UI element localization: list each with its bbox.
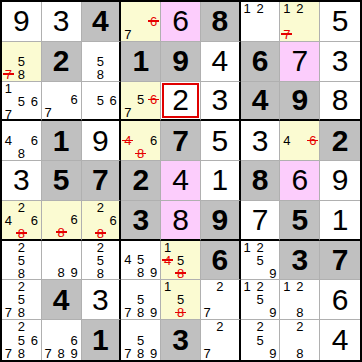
- candidate-2: 2: [94, 241, 107, 254]
- given-digit: 5: [53, 165, 70, 195]
- cell-r5c1[interactable]: 3: [2, 161, 42, 201]
- candidate-6: 6: [28, 214, 41, 227]
- candidate-2: 2: [293, 2, 306, 15]
- solved-digit: 9: [332, 165, 349, 195]
- candidate-8: 8: [15, 147, 28, 160]
- candidate-8: 8: [15, 267, 28, 280]
- solved-digit: 4: [172, 165, 189, 195]
- candidate-9: 9: [147, 266, 160, 279]
- candidate-1: 1: [280, 280, 293, 293]
- candidate-7: 7: [121, 306, 134, 319]
- cell-r8c5[interactable]: 158: [161, 280, 201, 320]
- cell-r4c4[interactable]: 648: [121, 121, 161, 161]
- solved-digit: 8: [172, 205, 189, 235]
- solved-digit: 2: [172, 85, 189, 115]
- solved-digit: 3: [211, 85, 228, 115]
- solved-digit: 7: [252, 205, 269, 235]
- cell-r6c5[interactable]: 8: [161, 201, 201, 241]
- cell-r9c7[interactable]: 259: [241, 320, 281, 360]
- candidate-8: 8: [293, 347, 306, 360]
- eliminated-candidate-7: 7: [2, 68, 15, 81]
- candidate-5: 5: [134, 333, 147, 346]
- cell-r7c4[interactable]: 4589: [121, 241, 161, 281]
- candidate-1: 1: [2, 82, 15, 95]
- candidate-grid: 259: [241, 320, 280, 360]
- candidate-grid: 67: [42, 82, 81, 120]
- candidate-5: 5: [15, 55, 28, 68]
- candidate-1: 1: [280, 2, 293, 15]
- candidate-grid: 587: [2, 42, 41, 81]
- candidate-9: 9: [267, 347, 280, 360]
- candidate-2: 2: [15, 201, 28, 214]
- candidate-7: 7: [2, 306, 15, 319]
- candidate-grid: 576: [121, 82, 160, 120]
- solved-digit: 5: [332, 6, 349, 36]
- cell-r2c7[interactable]: 6: [241, 42, 281, 82]
- candidate-7: 7: [121, 28, 134, 41]
- solved-digit: 4: [211, 46, 228, 76]
- candidate-7: 7: [42, 106, 55, 119]
- cell-r3c3[interactable]: 56: [82, 82, 122, 122]
- candidate-5: 5: [174, 254, 187, 267]
- cell-r7c5[interactable]: 1548: [161, 241, 201, 281]
- given-digit: 1: [53, 126, 70, 156]
- cell-r8c2[interactable]: 4: [42, 280, 82, 320]
- cell-r1c8[interactable]: 127: [280, 2, 320, 42]
- solved-digit: 6: [291, 165, 308, 195]
- candidate-9: 9: [267, 306, 280, 319]
- cell-r5c7[interactable]: 8: [241, 161, 281, 201]
- cell-r1c3[interactable]: 4: [82, 2, 122, 42]
- candidate-8: 8: [15, 68, 28, 81]
- eliminated-candidate-8: 8: [174, 306, 187, 319]
- given-digit: 3: [132, 205, 149, 235]
- cell-r9c2[interactable]: 6789: [42, 320, 82, 360]
- given-digit: 4: [92, 6, 109, 36]
- solved-digit: 6: [332, 285, 349, 315]
- given-digit: 9: [172, 46, 189, 76]
- cell-r1c2[interactable]: 3: [42, 2, 82, 42]
- eliminated-candidate-6: 6: [147, 93, 160, 106]
- candidate-1: 1: [241, 241, 254, 254]
- candidate-grid: 158: [161, 280, 200, 319]
- cell-r7c9[interactable]: 7: [320, 241, 360, 281]
- cell-r7c7[interactable]: 1259: [241, 241, 281, 281]
- cell-r6c1[interactable]: 2468: [2, 201, 42, 241]
- candidate-8: 8: [94, 68, 107, 81]
- candidate-7: 7: [2, 347, 15, 360]
- candidate-grid: 128: [280, 280, 319, 319]
- cell-r1c5[interactable]: 6: [161, 2, 201, 42]
- candidate-1: 1: [161, 241, 174, 254]
- cell-r5c9[interactable]: 9: [320, 161, 360, 201]
- candidate-9: 9: [68, 347, 81, 360]
- cell-r2c2[interactable]: 2: [42, 42, 82, 82]
- solved-digit: 7: [291, 46, 308, 76]
- candidate-6: 6: [107, 214, 120, 227]
- solved-digit: 1: [332, 205, 349, 235]
- given-digit: 4: [53, 285, 70, 315]
- eliminated-candidate-8: 8: [15, 227, 28, 240]
- candidate-grid: 12: [241, 2, 280, 41]
- candidate-9: 9: [68, 266, 81, 279]
- solved-digit: 3: [92, 285, 109, 315]
- cell-r8c4[interactable]: 5789: [121, 280, 161, 320]
- cell-r7c6[interactable]: 6: [201, 241, 241, 281]
- eliminated-candidate-7: 7: [280, 28, 293, 41]
- candidate-grid: 46: [280, 121, 319, 160]
- cell-r6c9[interactable]: 1: [320, 201, 360, 241]
- candidate-6: 6: [68, 213, 81, 226]
- candidate-8: 8: [15, 306, 28, 319]
- candidate-grid: 648: [121, 121, 160, 160]
- cell-r6c7[interactable]: 7: [241, 201, 281, 241]
- cell-r3c6[interactable]: 3: [201, 82, 241, 122]
- candidate-7: 7: [201, 347, 214, 360]
- candidate-9: 9: [267, 267, 280, 280]
- given-digit: 4: [252, 85, 269, 115]
- cell-r8c9[interactable]: 6: [320, 280, 360, 320]
- cell-r5c4[interactable]: 2: [121, 161, 161, 201]
- candidate-7: 7: [42, 347, 55, 360]
- cell-r9c5[interactable]: 3: [161, 320, 201, 360]
- cell-r5c6[interactable]: 1: [201, 161, 241, 201]
- eliminated-candidate-6: 6: [147, 15, 160, 28]
- cell-r3c7[interactable]: 4: [241, 82, 281, 122]
- candidate-8: 8: [293, 306, 306, 319]
- candidate-1: 1: [241, 280, 254, 293]
- cell-r4c1[interactable]: 468: [2, 121, 42, 161]
- solved-digit: 3: [13, 165, 30, 195]
- cell-r5c5[interactable]: 4: [161, 161, 201, 201]
- sudoku-board: 9347668121275587258194673156767565762349…: [0, 0, 362, 362]
- solved-digit: 5: [211, 126, 228, 156]
- candidate-6: 6: [147, 134, 160, 147]
- candidate-6: 6: [28, 333, 41, 346]
- cell-r6c8[interactable]: 5: [280, 201, 320, 241]
- cell-r5c2[interactable]: 5: [42, 161, 82, 201]
- candidate-2: 2: [213, 280, 226, 293]
- candidate-9: 9: [147, 306, 160, 319]
- cell-r1c7[interactable]: 12: [241, 2, 281, 42]
- candidate-6: 6: [68, 333, 81, 346]
- candidate-2: 2: [15, 241, 28, 254]
- cell-r7c2[interactable]: 89: [42, 241, 82, 281]
- candidate-8: 8: [134, 266, 147, 279]
- candidate-8: 8: [94, 267, 107, 280]
- cell-r7c8[interactable]: 3: [280, 241, 320, 281]
- solved-digit: 1: [211, 165, 228, 195]
- given-digit: 1: [132, 46, 149, 76]
- candidate-6: 6: [68, 93, 81, 106]
- cell-r3c2[interactable]: 67: [42, 82, 82, 122]
- candidate-8: 8: [55, 347, 68, 360]
- candidate-2: 2: [293, 320, 306, 333]
- solved-digit: 3: [332, 46, 349, 76]
- cell-r4c6[interactable]: 5: [201, 121, 241, 161]
- eliminated-candidate-6: 6: [306, 134, 319, 147]
- candidate-8: 8: [55, 266, 68, 279]
- candidate-5: 5: [15, 254, 28, 267]
- cell-r9c6[interactable]: 27: [201, 320, 241, 360]
- cell-r9c8[interactable]: 28: [280, 320, 320, 360]
- cell-r8c7[interactable]: 1259: [241, 280, 281, 320]
- candidate-4: 4: [280, 134, 293, 147]
- candidate-grid: 5789: [121, 280, 160, 319]
- cell-r4c2[interactable]: 1: [42, 121, 82, 161]
- candidate-grid: 1259: [241, 241, 280, 280]
- candidate-2: 2: [293, 280, 306, 293]
- cell-r9c3[interactable]: 1: [82, 320, 122, 360]
- cell-r1c1[interactable]: 9: [2, 2, 42, 42]
- candidate-grid: 68: [42, 201, 81, 239]
- eliminated-candidate-4: 4: [161, 254, 174, 267]
- solved-digit: 9: [92, 126, 109, 156]
- given-digit: 9: [211, 205, 228, 235]
- given-digit: 2: [332, 126, 349, 156]
- candidate-8: 8: [15, 347, 28, 360]
- candidate-grid: 2578: [2, 280, 41, 319]
- cell-r5c8[interactable]: 6: [280, 161, 320, 201]
- cell-r8c6[interactable]: 27: [201, 280, 241, 320]
- candidate-grid: 258: [2, 241, 41, 280]
- cell-r2c8[interactable]: 7: [280, 42, 320, 82]
- candidate-8: 8: [134, 306, 147, 319]
- candidate-5: 5: [254, 293, 267, 306]
- given-digit: 8: [252, 165, 269, 195]
- cell-r4c7[interactable]: 3: [241, 121, 281, 161]
- given-digit: 2: [53, 46, 70, 76]
- candidate-grid: 1567: [2, 82, 41, 120]
- candidate-5: 5: [254, 254, 267, 267]
- eliminated-candidate-8: 8: [94, 227, 107, 240]
- candidate-grid: 27: [201, 280, 239, 319]
- candidate-2: 2: [94, 201, 107, 214]
- candidate-grid: 25678: [2, 320, 41, 360]
- cell-r2c5[interactable]: 9: [161, 42, 201, 82]
- candidate-grid: 258: [82, 241, 120, 280]
- candidate-6: 6: [107, 94, 120, 107]
- cell-r9c9[interactable]: 4: [320, 320, 360, 360]
- eliminated-candidate-8: 8: [134, 147, 147, 160]
- candidate-grid: 2468: [2, 201, 41, 239]
- candidate-1: 1: [161, 280, 174, 293]
- candidate-2: 2: [213, 320, 226, 333]
- given-digit: 6: [252, 46, 269, 76]
- candidate-4: 4: [121, 253, 134, 266]
- candidate-grid: 468: [2, 121, 41, 160]
- candidate-5: 5: [15, 333, 28, 346]
- candidate-grid: 1259: [241, 280, 280, 319]
- cell-r9c1[interactable]: 25678: [2, 320, 42, 360]
- candidate-4: 4: [2, 214, 15, 227]
- candidate-4: 4: [2, 134, 15, 147]
- candidate-6: 6: [28, 134, 41, 147]
- cell-r6c4[interactable]: 3: [121, 201, 161, 241]
- cell-r3c8[interactable]: 9: [280, 82, 320, 122]
- given-digit: 1: [92, 325, 109, 355]
- candidate-2: 2: [254, 2, 267, 15]
- given-digit: 7: [332, 245, 349, 275]
- cell-r3c5-selected[interactable]: 2: [161, 82, 201, 122]
- cell-r4c9[interactable]: 2: [320, 121, 360, 161]
- cell-r3c4[interactable]: 576: [121, 82, 161, 122]
- candidate-grid: 56: [82, 82, 120, 120]
- candidate-grid: 1548: [161, 241, 200, 280]
- given-digit: 2: [132, 165, 149, 195]
- given-digit: 3: [291, 245, 308, 275]
- candidate-7: 7: [201, 306, 214, 319]
- cell-r6c6[interactable]: 9: [201, 201, 241, 241]
- given-digit: 5: [291, 205, 308, 235]
- candidate-5: 5: [94, 55, 107, 68]
- solved-digit: 3: [53, 6, 70, 36]
- given-digit: 7: [92, 165, 109, 195]
- given-digit: 3: [172, 325, 189, 355]
- cell-r4c5[interactable]: 7: [161, 121, 201, 161]
- cell-r8c3[interactable]: 3: [82, 280, 122, 320]
- cell-r8c1[interactable]: 2578: [2, 280, 42, 320]
- cell-r7c1[interactable]: 258: [2, 241, 42, 281]
- candidate-5: 5: [134, 93, 147, 106]
- candidate-5: 5: [254, 333, 267, 346]
- solved-digit: 6: [172, 6, 189, 36]
- cell-r6c3[interactable]: 268: [82, 201, 122, 241]
- solved-digit: 8: [332, 85, 349, 115]
- given-digit: 7: [172, 126, 189, 156]
- cell-r5c3[interactable]: 7: [82, 161, 122, 201]
- cell-r1c4[interactable]: 76: [121, 2, 161, 42]
- cell-r3c9[interactable]: 8: [320, 82, 360, 122]
- candidate-2: 2: [254, 241, 267, 254]
- cell-r4c8[interactable]: 46: [280, 121, 320, 161]
- cell-r4c3[interactable]: 9: [82, 121, 122, 161]
- candidate-1: 1: [241, 2, 254, 15]
- cell-r2c9[interactable]: 3: [320, 42, 360, 82]
- cell-r2c3[interactable]: 58: [82, 42, 122, 82]
- given-digit: 6: [211, 245, 228, 275]
- eliminated-candidate-8: 8: [174, 267, 187, 280]
- cell-r2c1[interactable]: 587: [2, 42, 42, 82]
- candidate-grid: 28: [280, 320, 319, 360]
- candidate-5: 5: [94, 94, 107, 107]
- candidate-6: 6: [28, 95, 41, 108]
- candidate-grid: 268: [82, 201, 120, 239]
- candidate-5: 5: [15, 95, 28, 108]
- candidate-grid: 89: [42, 241, 81, 280]
- solved-digit: 4: [332, 325, 349, 355]
- cell-r1c9[interactable]: 5: [320, 2, 360, 42]
- given-digit: 8: [211, 6, 228, 36]
- cell-r6c2[interactable]: 68: [42, 201, 82, 241]
- cell-r7c3[interactable]: 258: [82, 241, 122, 281]
- candidate-8: 8: [134, 347, 147, 360]
- eliminated-candidate-4: 4: [121, 134, 134, 147]
- cell-r2c6[interactable]: 4: [201, 42, 241, 82]
- candidate-grid: 6789: [42, 320, 81, 360]
- eliminated-candidate-8: 8: [55, 226, 68, 239]
- cell-r2c4[interactable]: 1: [121, 42, 161, 82]
- given-digit: 9: [291, 85, 308, 115]
- candidate-grid: 27: [201, 320, 239, 360]
- candidate-grid: 58: [82, 42, 120, 81]
- candidate-grid: 127: [280, 2, 319, 41]
- candidate-7: 7: [121, 106, 134, 119]
- candidate-7: 7: [2, 108, 15, 121]
- solved-digit: 3: [252, 126, 269, 156]
- cell-r3c1[interactable]: 1567: [2, 82, 42, 122]
- candidate-7: 7: [121, 347, 134, 360]
- candidate-5: 5: [94, 254, 107, 267]
- cell-r8c8[interactable]: 128: [280, 280, 320, 320]
- cell-r9c4[interactable]: 5789: [121, 320, 161, 360]
- candidate-grid: 4589: [121, 241, 160, 280]
- candidate-2: 2: [254, 320, 267, 333]
- candidate-9: 9: [147, 347, 160, 360]
- solved-digit: 9: [13, 6, 30, 36]
- candidate-grid: 5789: [121, 320, 160, 360]
- cell-r1c6[interactable]: 8: [201, 2, 241, 42]
- candidate-2: 2: [15, 320, 28, 333]
- candidate-grid: 76: [121, 2, 160, 41]
